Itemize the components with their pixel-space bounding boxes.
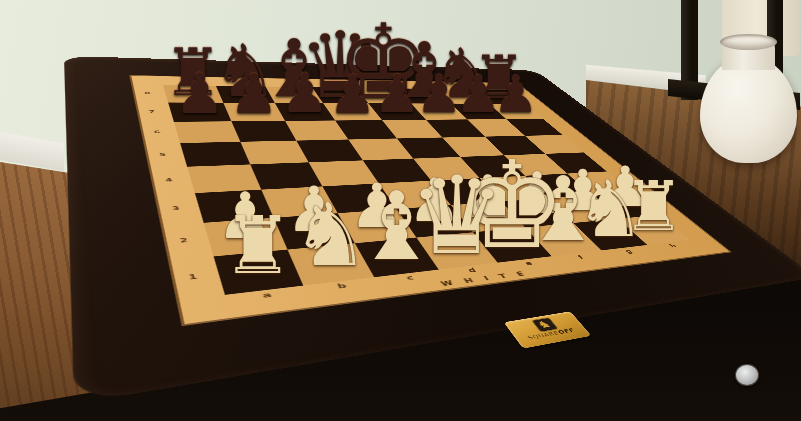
vase-body xyxy=(700,56,797,163)
rank-label-7: 7 xyxy=(141,110,163,113)
rank-label-8: 8 xyxy=(137,92,158,95)
rank-label-6: 6 xyxy=(145,130,168,134)
scene: WHITE ♞ SQUAREOFF 12345678abcdefgh ♜♞♝♛♚… xyxy=(0,0,801,421)
vase xyxy=(700,34,797,164)
plaque-word-square: SQUARE xyxy=(526,330,560,341)
rank-label-5: 5 xyxy=(150,153,174,158)
power-button-icon xyxy=(735,364,759,386)
square-a7 xyxy=(168,103,231,122)
square-a4 xyxy=(187,164,261,193)
square-a8 xyxy=(163,85,223,103)
square-a6 xyxy=(174,121,241,143)
vase-rim xyxy=(720,34,777,50)
square-a5 xyxy=(180,142,250,167)
